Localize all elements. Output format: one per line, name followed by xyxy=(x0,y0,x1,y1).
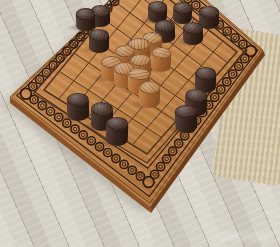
peg-top xyxy=(89,29,109,41)
peg-top xyxy=(128,68,149,81)
peg-top xyxy=(185,88,207,102)
dark-piece[interactable] xyxy=(105,117,128,147)
peg-top xyxy=(139,80,161,93)
dark-piece[interactable] xyxy=(183,22,203,47)
peg-top xyxy=(195,66,216,79)
dark-piece[interactable] xyxy=(89,29,109,53)
light-piece[interactable] xyxy=(150,46,172,73)
watermark xyxy=(219,232,274,241)
peg-top xyxy=(199,6,218,18)
light-piece[interactable] xyxy=(139,80,161,108)
dark-piece[interactable] xyxy=(67,93,90,122)
pieces-layer xyxy=(0,0,280,247)
photo-scene xyxy=(0,0,280,247)
dark-piece[interactable] xyxy=(174,105,198,135)
